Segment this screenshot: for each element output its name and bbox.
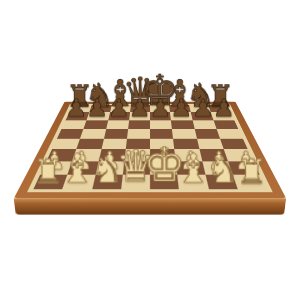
square-c5 bbox=[103, 129, 127, 139]
black-pawn-icon: ♟ bbox=[200, 96, 246, 120]
scene: ♜♞♝♛♚♝♞♜♟♟♟♟♟♟♟♟♟♟♟♟♟♟♟♟♜♝♞♛♚♝♞♜ bbox=[0, 0, 300, 300]
board-front-edge bbox=[14, 198, 287, 214]
square-f6 bbox=[171, 120, 194, 129]
square-d6 bbox=[128, 120, 150, 129]
square-h6 bbox=[213, 120, 238, 129]
square-h5 bbox=[216, 129, 243, 139]
square-e6 bbox=[150, 120, 172, 129]
chess-set-product-photo: ♜♞♝♛♚♝♞♜♟♟♟♟♟♟♟♟♟♟♟♟♟♟♟♟♜♝♞♛♚♝♞♜ bbox=[0, 0, 300, 300]
square-g6 bbox=[192, 120, 216, 129]
chess-board: ♜♞♝♛♚♝♞♜♟♟♟♟♟♟♟♟♟♟♟♟♟♟♟♟♜♝♞♛♚♝♞♜ bbox=[14, 102, 287, 199]
square-b5 bbox=[80, 129, 106, 139]
square-c6 bbox=[106, 120, 129, 129]
piece-layer: ♜♞♝♛♚♝♞♜♟♟♟♟♟♟♟♟♟♟♟♟♟♟♟♟♜♝♞♛♚♝♞♜ bbox=[33, 105, 266, 190]
square-b6 bbox=[84, 120, 108, 129]
piece-black-pawn-h7: ♟ bbox=[211, 113, 235, 121]
piece-white-rook-h1: ♜ bbox=[232, 175, 266, 190]
white-rook-icon: ♜ bbox=[220, 155, 284, 189]
